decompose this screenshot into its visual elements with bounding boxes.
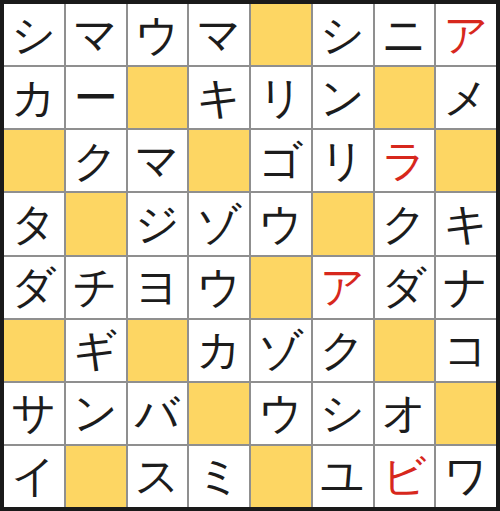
grid-cell-r4c7[interactable]: ク (375, 193, 435, 254)
blocked-cell-r8c2 (66, 446, 126, 507)
grid-cell-r4c1[interactable]: タ (4, 193, 64, 254)
grid-cell-r5c6[interactable]: ア (313, 257, 373, 318)
grid-cell-r4c8[interactable]: キ (436, 193, 496, 254)
grid-cell-r3c7[interactable]: ラ (375, 130, 435, 191)
blocked-cell-r7c8 (436, 383, 496, 444)
grid-cell-r5c2[interactable]: チ (66, 257, 126, 318)
blocked-cell-r4c2 (66, 193, 126, 254)
grid-cell-r6c5[interactable]: ゾ (251, 320, 311, 381)
grid-cell-r8c4[interactable]: ミ (189, 446, 249, 507)
blocked-cell-r3c4 (189, 130, 249, 191)
blocked-cell-r3c1 (4, 130, 64, 191)
grid-cell-r4c3[interactable]: ジ (128, 193, 188, 254)
grid-cell-r2c8[interactable]: メ (436, 67, 496, 128)
grid-cell-r6c4[interactable]: カ (189, 320, 249, 381)
grid-cell-r8c7[interactable]: ビ (375, 446, 435, 507)
grid-cell-r6c6[interactable]: ク (313, 320, 373, 381)
grid-cell-r5c7[interactable]: ダ (375, 257, 435, 318)
grid-cell-r2c1[interactable]: カ (4, 67, 64, 128)
blocked-cell-r4c6 (313, 193, 373, 254)
grid-cell-r8c1[interactable]: イ (4, 446, 64, 507)
grid-cell-r1c4[interactable]: マ (189, 4, 249, 65)
blocked-cell-r3c8 (436, 130, 496, 191)
grid-cell-r2c2[interactable]: ー (66, 67, 126, 128)
grid-cell-r8c3[interactable]: ス (128, 446, 188, 507)
grid-cell-r5c4[interactable]: ウ (189, 257, 249, 318)
grid-cell-r1c8[interactable]: ア (436, 4, 496, 65)
crossword-board: シマウマシニアカーキリンメクマゴリラタジゾウクキダチヨウアダナギカゾクコサンバウ… (0, 0, 500, 511)
blocked-cell-r7c4 (189, 383, 249, 444)
grid-cell-r1c7[interactable]: ニ (375, 4, 435, 65)
blocked-cell-r1c5 (251, 4, 311, 65)
grid-cell-r5c8[interactable]: ナ (436, 257, 496, 318)
grid-cell-r4c4[interactable]: ゾ (189, 193, 249, 254)
blocked-cell-r6c3 (128, 320, 188, 381)
grid-cell-r2c5[interactable]: リ (251, 67, 311, 128)
grid-cell-r4c5[interactable]: ウ (251, 193, 311, 254)
grid-cell-r8c8[interactable]: ワ (436, 446, 496, 507)
grid-cell-r1c6[interactable]: シ (313, 4, 373, 65)
grid-cell-r7c2[interactable]: ン (66, 383, 126, 444)
grid-cell-r8c6[interactable]: ユ (313, 446, 373, 507)
grid-cell-r1c2[interactable]: マ (66, 4, 126, 65)
blocked-cell-r6c7 (375, 320, 435, 381)
grid-cell-r7c5[interactable]: ウ (251, 383, 311, 444)
grid-cell-r7c6[interactable]: シ (313, 383, 373, 444)
blocked-cell-r8c5 (251, 446, 311, 507)
grid-cell-r6c8[interactable]: コ (436, 320, 496, 381)
grid-cell-r7c1[interactable]: サ (4, 383, 64, 444)
blocked-cell-r6c1 (4, 320, 64, 381)
grid-cell-r7c7[interactable]: オ (375, 383, 435, 444)
blocked-cell-r2c7 (375, 67, 435, 128)
grid-cell-r3c2[interactable]: ク (66, 130, 126, 191)
grid-cell-r2c4[interactable]: キ (189, 67, 249, 128)
grid-cell-r7c3[interactable]: バ (128, 383, 188, 444)
grid-cell-r6c2[interactable]: ギ (66, 320, 126, 381)
grid-cell-r1c1[interactable]: シ (4, 4, 64, 65)
grid-cell-r5c1[interactable]: ダ (4, 257, 64, 318)
grid-cell-r3c5[interactable]: ゴ (251, 130, 311, 191)
grid-cell-r1c3[interactable]: ウ (128, 4, 188, 65)
grid-cell-r2c6[interactable]: ン (313, 67, 373, 128)
grid-cell-r3c3[interactable]: マ (128, 130, 188, 191)
blocked-cell-r5c5 (251, 257, 311, 318)
grid-cell-r5c3[interactable]: ヨ (128, 257, 188, 318)
grid-cell-r3c6[interactable]: リ (313, 130, 373, 191)
blocked-cell-r2c3 (128, 67, 188, 128)
